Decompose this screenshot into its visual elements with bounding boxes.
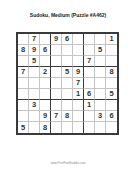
cell-r3c3 [40,56,51,67]
cell-r1c6 [73,34,84,45]
cell-r7c4 [51,100,62,111]
cell-r5c9 [106,78,117,89]
cell-r9c5 [62,122,73,133]
cell-r3c5 [62,56,73,67]
cell-r2c9 [106,45,117,56]
cell-r9c8 [95,122,106,133]
cell-r5c6: 7 [73,78,84,89]
cell-r7c1 [18,100,29,111]
cell-r1c2: 7 [29,34,40,45]
cell-r9c4 [51,122,62,133]
cell-r5c1 [18,78,29,89]
cell-r3c7: 7 [84,56,95,67]
cell-r4c9: 8 [106,67,117,78]
cell-r8c3: 9 [40,111,51,122]
cell-r7c9 [106,100,117,111]
cell-r2c1: 8 [18,45,29,56]
cell-r9c3: 8 [40,122,51,133]
cell-r6c9: 5 [106,89,117,100]
cell-r8c7 [84,111,95,122]
cell-r6c8 [95,89,106,100]
cell-r8c8: 3 [95,111,106,122]
cell-r4c6: 9 [73,67,84,78]
cell-r3c1 [18,56,29,67]
cell-r8c5: 8 [62,111,73,122]
cell-r1c1 [18,34,29,45]
cell-r9c6 [73,122,84,133]
cell-r4c8 [95,67,106,78]
cell-r6c6: 1 [73,89,84,100]
sudoku-page: Sudoku, Medium (Puzzle #A462) 7961896557… [0,0,136,176]
cell-r1c3 [40,34,51,45]
cell-r2c6 [73,45,84,56]
cell-r2c4 [51,45,62,56]
cell-r8c6 [73,111,84,122]
cell-r2c5 [62,45,73,56]
cell-r5c4 [51,78,62,89]
cell-r8c4: 7 [51,111,62,122]
cell-r7c7: 1 [84,100,95,111]
cell-r5c2 [29,78,40,89]
cell-r1c5: 6 [62,34,73,45]
cell-r3c6 [73,56,84,67]
cell-r8c9: 6 [106,111,117,122]
cell-r9c9 [106,122,117,133]
cell-r3c2: 5 [29,56,40,67]
cell-r4c1: 7 [18,67,29,78]
cell-r6c5 [62,89,73,100]
footer-url: www.PrintFreeSudoku.com [35,162,100,165]
page-title: Sudoku, Medium (Puzzle #A462) [0,12,136,18]
cell-r8c2 [29,111,40,122]
cell-r2c3: 6 [40,45,51,56]
cell-r7c3 [40,100,51,111]
cell-r7c8 [95,100,106,111]
cell-r3c9 [106,56,117,67]
cell-r7c5 [62,100,73,111]
cell-r7c6 [73,100,84,111]
cell-r9c1: 5 [18,122,29,133]
cell-r4c5: 5 [62,67,73,78]
cell-r8c1 [18,111,29,122]
cell-r9c2 [29,122,40,133]
cell-r1c4: 9 [51,34,62,45]
cell-r3c8 [95,56,106,67]
sudoku-board: 7961896557725987165319783658 [16,32,119,135]
cell-r4c3: 2 [40,67,51,78]
cell-r1c7 [84,34,95,45]
cell-r5c3 [40,78,51,89]
cell-r5c5 [62,78,73,89]
cell-r4c4 [51,67,62,78]
cell-r2c7 [84,45,95,56]
cell-r5c8 [95,78,106,89]
cell-r6c3 [40,89,51,100]
cell-r1c8 [95,34,106,45]
cell-r1c9: 1 [106,34,117,45]
cell-r2c2: 9 [29,45,40,56]
cell-r2c8: 5 [95,45,106,56]
cell-r6c1 [18,89,29,100]
cell-r4c2 [29,67,40,78]
cell-r7c2: 3 [29,100,40,111]
cell-r3c4 [51,56,62,67]
cell-r6c2 [29,89,40,100]
cell-r5c7 [84,78,95,89]
cell-r6c7: 6 [84,89,95,100]
cell-r4c7 [84,67,95,78]
cell-r6c4 [51,89,62,100]
cell-r9c7 [84,122,95,133]
